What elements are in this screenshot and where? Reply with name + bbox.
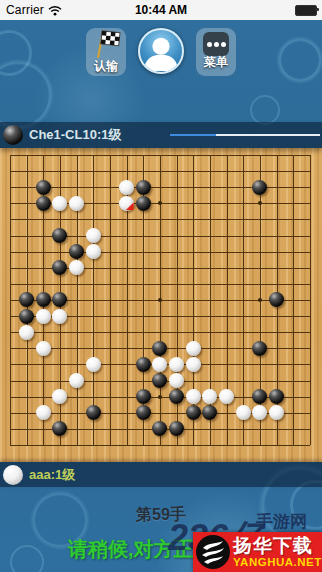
white-go-stone	[169, 373, 184, 388]
black-go-stone	[252, 389, 267, 404]
star-point	[158, 395, 162, 399]
white-go-stone	[69, 260, 84, 275]
white-go-stone	[52, 309, 67, 324]
white-go-stone	[219, 389, 234, 404]
ornament	[10, 545, 44, 572]
go-board[interactable]	[0, 148, 322, 462]
black-go-stone	[152, 421, 167, 436]
badge-title: 扬华下载	[233, 536, 322, 556]
white-go-stone	[152, 357, 167, 372]
white-go-stone	[169, 357, 184, 372]
white-go-stone	[186, 341, 201, 356]
white-go-stone	[69, 196, 84, 211]
black-go-stone	[136, 180, 151, 195]
black-go-stone	[136, 357, 151, 372]
black-go-stone	[202, 405, 217, 420]
white-go-stone	[86, 228, 101, 243]
player-bar: aaa:1级	[0, 462, 322, 487]
white-go-stone	[36, 405, 51, 420]
white-go-stone	[86, 244, 101, 259]
yanghua-logo-icon	[196, 535, 230, 569]
white-go-stone	[202, 389, 217, 404]
black-go-stone	[19, 309, 34, 324]
black-go-stone	[152, 373, 167, 388]
white-stone-icon	[3, 465, 23, 485]
player-avatar-button[interactable]	[138, 28, 184, 74]
white-go-stone	[186, 357, 201, 372]
grid-line-v	[310, 155, 311, 445]
grid-line-h	[10, 445, 310, 446]
black-go-stone	[136, 389, 151, 404]
grid-line-v	[243, 155, 244, 445]
status-bar: Carrier 10:44 AM	[0, 0, 322, 20]
resign-button[interactable]: 认输	[86, 28, 126, 76]
black-go-stone	[252, 180, 267, 195]
opponent-name: Che1-CL10:1级	[29, 126, 121, 144]
grid-line-h	[10, 332, 310, 333]
black-go-stone	[36, 180, 51, 195]
white-go-stone	[69, 373, 84, 388]
black-go-stone	[136, 196, 151, 211]
person-icon	[140, 32, 182, 72]
black-go-stone	[19, 292, 34, 307]
opponent-bar: Che1-CL10:1级	[0, 122, 322, 148]
header: 认输 菜单	[0, 20, 322, 122]
black-go-stone	[269, 389, 284, 404]
black-go-stone	[86, 405, 101, 420]
white-go-stone	[236, 405, 251, 420]
black-go-stone	[69, 244, 84, 259]
white-go-stone	[52, 389, 67, 404]
app-window: Carrier 10:44 AM	[0, 0, 322, 572]
black-go-stone	[52, 260, 67, 275]
white-go-stone	[119, 180, 134, 195]
menu-dots-icon	[203, 32, 229, 56]
clock-label: 10:44 AM	[0, 3, 322, 17]
black-go-stone	[52, 292, 67, 307]
black-go-stone	[252, 341, 267, 356]
black-go-stone	[169, 389, 184, 404]
white-go-stone	[52, 196, 67, 211]
watermark-site-text: 手游网	[256, 510, 307, 533]
white-go-stone	[269, 405, 284, 420]
white-go-stone	[36, 309, 51, 324]
black-go-stone	[136, 405, 151, 420]
star-point	[258, 298, 262, 302]
star-point	[258, 201, 262, 205]
time-progress-bar	[170, 134, 320, 136]
player-name: aaa:1级	[29, 466, 75, 484]
white-go-stone	[36, 341, 51, 356]
black-go-stone	[169, 421, 184, 436]
yanghua-watermark-badge: 扬华下载 YANGHUA.NET	[193, 532, 322, 572]
white-go-stone	[19, 325, 34, 340]
grid-line-v	[293, 155, 294, 445]
star-point	[158, 298, 162, 302]
black-go-stone	[152, 341, 167, 356]
white-go-stone	[86, 357, 101, 372]
black-go-stone	[36, 196, 51, 211]
menu-button[interactable]: 菜单	[196, 28, 236, 76]
black-stone-icon	[3, 125, 23, 145]
resign-label: 认输	[94, 58, 118, 75]
star-point	[158, 201, 162, 205]
menu-label: 菜单	[204, 54, 228, 71]
white-go-stone	[186, 389, 201, 404]
black-go-stone	[36, 292, 51, 307]
badge-domain: YANGHUA.NET	[233, 556, 322, 568]
white-go-stone	[252, 405, 267, 420]
checkered-flag-icon	[91, 28, 121, 60]
black-go-stone	[186, 405, 201, 420]
black-go-stone	[269, 292, 284, 307]
black-go-stone	[52, 228, 67, 243]
battery-icon	[295, 5, 317, 16]
black-go-stone	[52, 421, 67, 436]
